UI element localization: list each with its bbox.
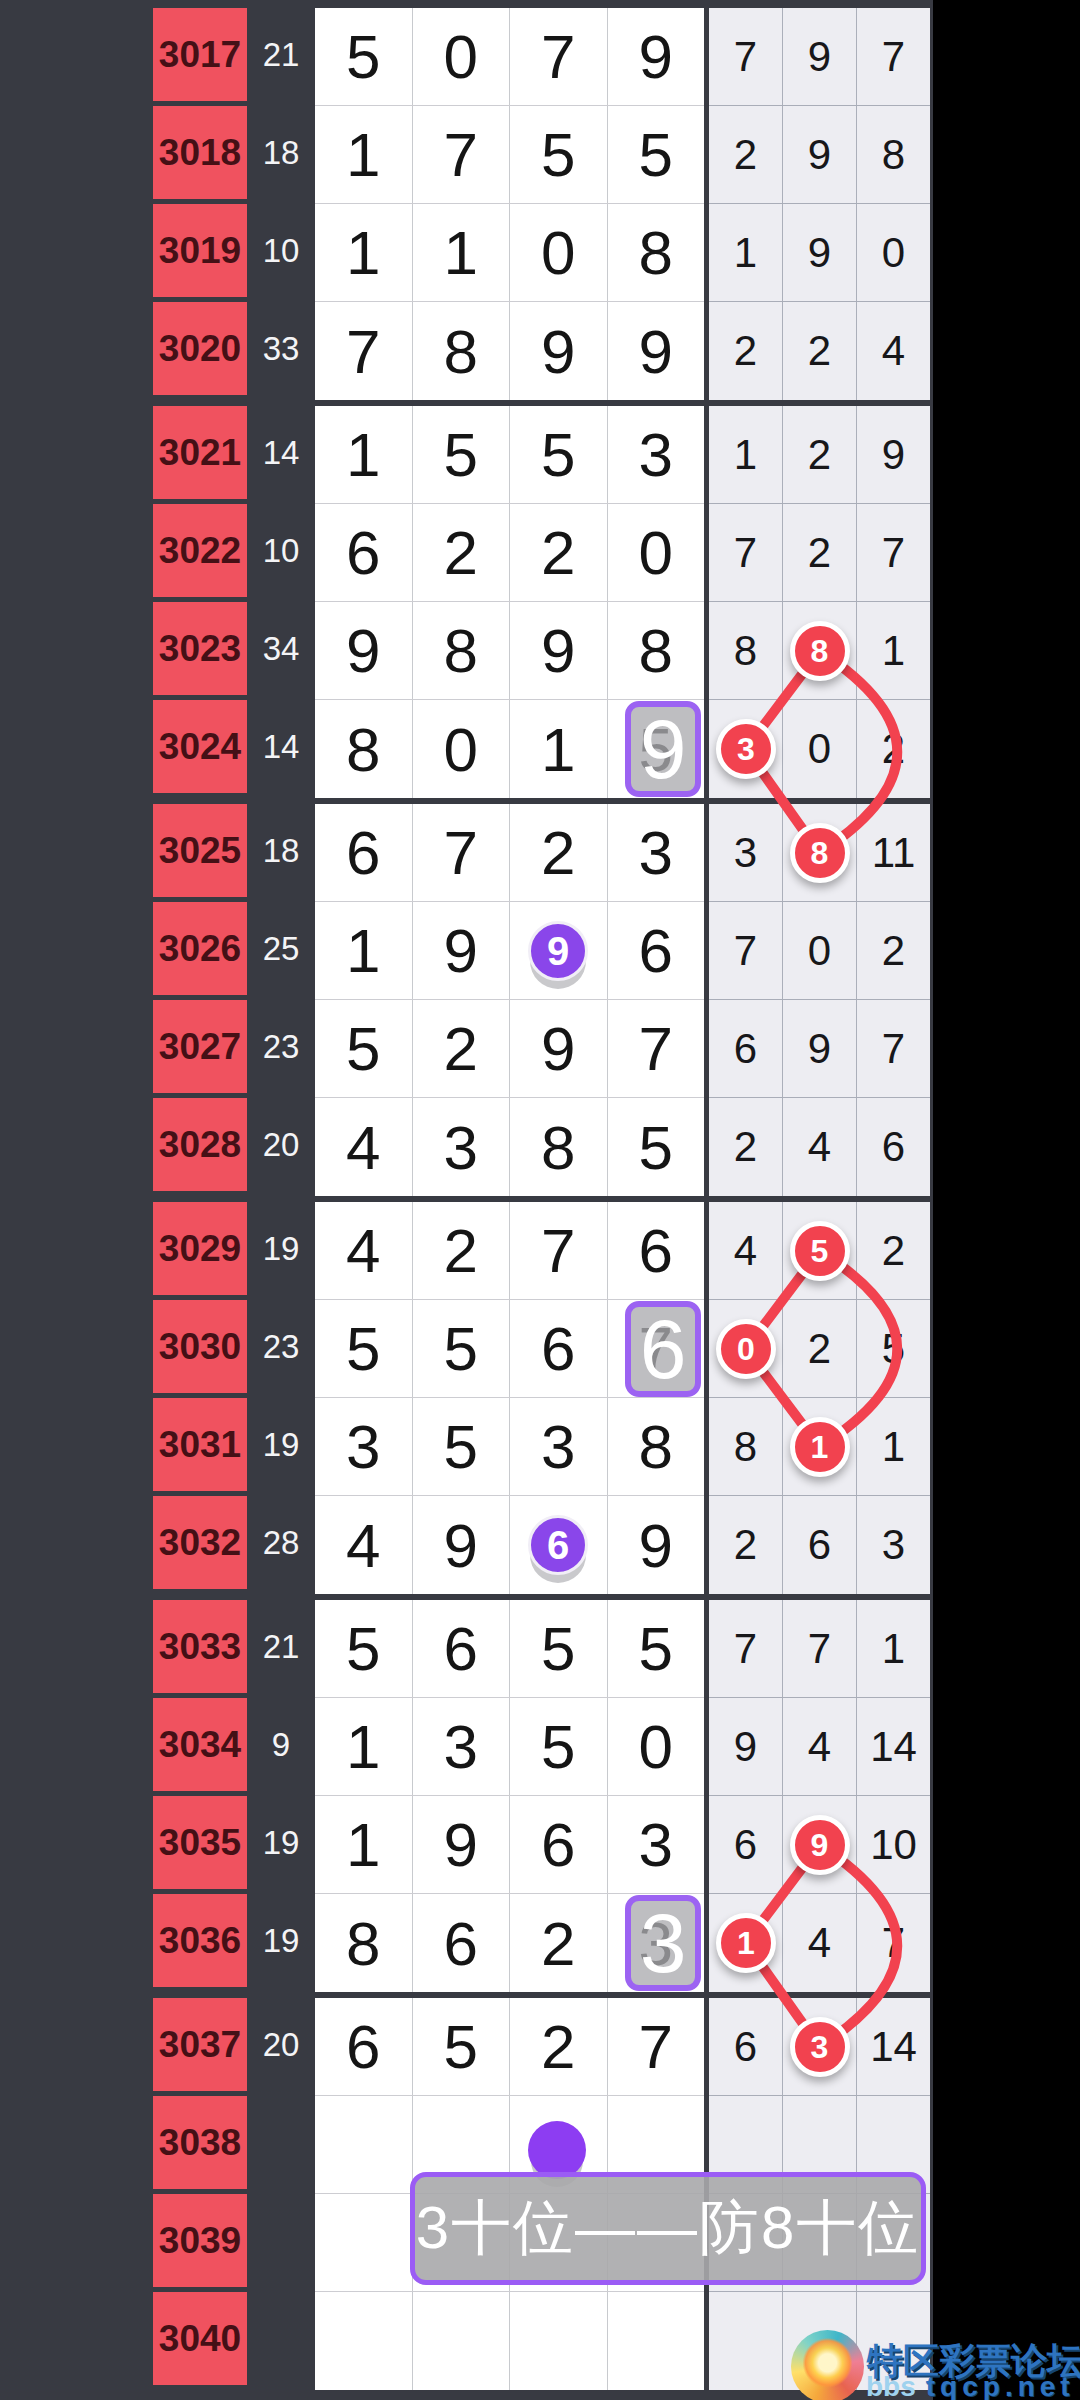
red-circle-marker: 8 <box>790 621 850 681</box>
red-circle-marker: 5 <box>790 1221 850 1281</box>
purple-hit-circle: 6 <box>528 1515 588 1575</box>
purple-hit-circle: 9 <box>528 921 588 981</box>
watermark-domain: tqcp.net <box>926 2371 1075 2400</box>
red-circle-marker: 3 <box>716 719 776 779</box>
trend-chart-screen: 3017215079797301818175529830191011081903… <box>0 0 1080 2400</box>
red-circle-marker: 8 <box>790 823 850 883</box>
purple-note-dot <box>528 2121 586 2179</box>
prediction-banner: 3十位——防8十位 <box>410 2172 926 2285</box>
watermark-bbs: bbs <box>866 2371 916 2400</box>
forum-logo-icon <box>791 2330 864 2400</box>
watermark-site-url: bbstqcp.net <box>866 2371 1075 2400</box>
red-circle-marker: 1 <box>716 1913 776 1973</box>
prediction-overlay: 6 <box>625 1301 701 1397</box>
red-circle-marker: 9 <box>790 1815 850 1875</box>
red-circle-marker: 1 <box>790 1417 850 1477</box>
red-circle-marker: 0 <box>716 1319 776 1379</box>
prediction-overlay: 9 <box>625 701 701 797</box>
red-circle-marker: 3 <box>790 2017 850 2077</box>
prediction-overlay: 3 <box>625 1895 701 1991</box>
